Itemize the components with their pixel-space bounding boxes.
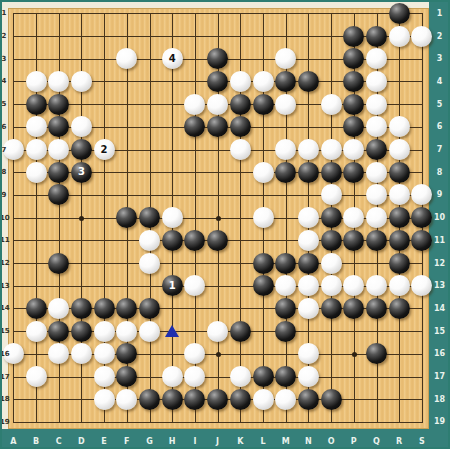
row-label-right-6: 6 [431,122,448,131]
black-stone-P2[interactable] [343,26,364,47]
white-stone-Q10[interactable] [366,207,387,228]
white-stone-R6[interactable] [389,116,410,137]
white-stone-O5[interactable] [321,94,342,115]
grid-hline [13,263,423,264]
star-point [216,216,221,221]
white-stone-I5[interactable] [184,94,205,115]
col-label-H: H [165,437,179,446]
white-stone-K4[interactable] [230,71,251,92]
white-stone-N14[interactable] [298,298,319,319]
row-label-right-2: 2 [431,32,448,41]
row-label-right-13: 13 [431,281,448,290]
row-label-right-7: 7 [431,145,448,154]
white-stone-B6[interactable] [26,116,47,137]
black-stone-K18[interactable] [230,389,251,410]
black-stone-J18[interactable] [207,389,228,410]
black-stone-C15[interactable] [48,321,69,342]
row-label-right-14: 14 [431,304,448,313]
black-stone-E14[interactable] [94,298,115,319]
row-label-right-3: 3 [431,54,448,63]
white-stone-R9[interactable] [389,184,410,205]
row-label-left-10: 10 [0,214,8,222]
white-stone-M18[interactable] [275,389,296,410]
triangle-mark-icon [165,325,179,337]
white-stone-K7[interactable] [230,139,251,160]
black-stone-C5[interactable] [48,94,69,115]
black-stone-R10[interactable] [389,207,410,228]
white-stone-O7[interactable] [321,139,342,160]
black-stone-M4[interactable] [275,71,296,92]
black-stone-M14[interactable] [275,298,296,319]
black-stone-C12[interactable] [48,253,69,274]
black-stone-R8[interactable] [389,162,410,183]
white-stone-E15[interactable] [94,321,115,342]
move-number-label: 4 [169,54,176,64]
black-stone-R1[interactable] [389,3,410,24]
black-stone-Q2[interactable] [366,26,387,47]
row-label-left-6: 6 [0,123,8,131]
right-coordinate-strip [429,0,450,449]
white-stone-M5[interactable] [275,94,296,115]
white-stone-C4[interactable] [48,71,69,92]
row-label-right-17: 17 [431,372,448,381]
black-stone-L12[interactable] [253,253,274,274]
white-stone-H3[interactable]: 4 [162,48,183,69]
white-stone-Q4[interactable] [366,71,387,92]
star-point [352,352,357,357]
col-label-L: L [256,437,270,446]
col-label-E: E [97,437,111,446]
black-stone-J11[interactable] [207,230,228,251]
white-stone-E7[interactable]: 2 [94,139,115,160]
go-app-window: 4231112233445566778899101011111212131314… [0,0,450,449]
row-label-left-16: 16 [0,350,8,358]
white-stone-B7[interactable] [26,139,47,160]
move-number-label: 1 [169,281,176,291]
black-stone-R14[interactable] [389,298,410,319]
black-stone-Q7[interactable] [366,139,387,160]
white-stone-H10[interactable] [162,207,183,228]
row-label-left-3: 3 [0,55,8,63]
black-stone-H18[interactable] [162,389,183,410]
white-stone-L18[interactable] [253,389,274,410]
black-stone-N4[interactable] [298,71,319,92]
black-stone-L5[interactable] [253,94,274,115]
white-stone-E16[interactable] [94,343,115,364]
black-stone-P8[interactable] [343,162,364,183]
col-label-P: P [347,437,361,446]
col-label-J: J [211,437,225,446]
black-stone-O11[interactable] [321,230,342,251]
black-stone-O18[interactable] [321,389,342,410]
white-stone-Q8[interactable] [366,162,387,183]
white-stone-L8[interactable] [253,162,274,183]
black-stone-N12[interactable] [298,253,319,274]
black-stone-Q14[interactable] [366,298,387,319]
white-stone-N10[interactable] [298,207,319,228]
white-stone-B4[interactable] [26,71,47,92]
star-point [216,352,221,357]
col-label-F: F [120,437,134,446]
row-label-left-2: 2 [0,32,8,40]
white-stone-O13[interactable] [321,275,342,296]
row-label-right-11: 11 [431,236,448,245]
row-label-right-15: 15 [431,327,448,336]
black-stone-H13[interactable]: 1 [162,275,183,296]
black-stone-M15[interactable] [275,321,296,342]
white-stone-F15[interactable] [116,321,137,342]
white-stone-E17[interactable] [94,366,115,387]
black-stone-B14[interactable] [26,298,47,319]
black-stone-O8[interactable] [321,162,342,183]
col-label-B: B [29,437,43,446]
black-stone-D8[interactable]: 3 [71,162,92,183]
white-stone-K17[interactable] [230,366,251,387]
move-number-label: 2 [101,145,108,155]
white-stone-G11[interactable] [139,230,160,251]
black-stone-D14[interactable] [71,298,92,319]
col-label-A: A [6,437,20,446]
col-label-C: C [52,437,66,446]
black-stone-C8[interactable] [48,162,69,183]
row-label-right-18: 18 [431,395,448,404]
col-label-Q: Q [370,437,384,446]
white-stone-S2[interactable] [411,26,432,47]
white-stone-G15[interactable] [139,321,160,342]
black-stone-I18[interactable] [184,389,205,410]
row-label-left-1: 1 [0,9,8,17]
white-stone-B17[interactable] [26,366,47,387]
white-stone-E18[interactable] [94,389,115,410]
black-stone-G14[interactable] [139,298,160,319]
black-stone-G18[interactable] [139,389,160,410]
black-stone-D15[interactable] [71,321,92,342]
row-label-left-8: 8 [0,168,8,176]
row-label-left-13: 13 [0,282,8,290]
row-label-left-17: 17 [0,373,8,381]
row-label-left-5: 5 [0,100,8,108]
col-label-M: M [279,437,293,446]
row-label-left-14: 14 [0,304,8,312]
black-stone-P5[interactable] [343,94,364,115]
white-stone-H17[interactable] [162,366,183,387]
row-label-right-5: 5 [431,100,448,109]
row-label-left-19: 19 [0,418,8,426]
row-label-right-4: 4 [431,77,448,86]
black-stone-B5[interactable] [26,94,47,115]
grid-hline [13,377,423,378]
black-stone-N8[interactable] [298,162,319,183]
move-number-label: 3 [78,167,85,177]
black-stone-H11[interactable] [162,230,183,251]
white-stone-N13[interactable] [298,275,319,296]
white-stone-Q5[interactable] [366,94,387,115]
row-label-left-18: 18 [0,395,8,403]
row-label-left-7: 7 [0,146,8,154]
row-label-right-10: 10 [431,213,448,222]
row-label-right-1: 1 [431,9,448,18]
col-label-I: I [188,437,202,446]
row-label-left-15: 15 [0,327,8,335]
black-stone-M8[interactable] [275,162,296,183]
row-label-left-11: 11 [0,236,8,244]
col-label-N: N [301,437,315,446]
white-stone-F18[interactable] [116,389,137,410]
white-stone-R13[interactable] [389,275,410,296]
col-label-S: S [415,437,429,446]
black-stone-O10[interactable] [321,207,342,228]
black-stone-R12[interactable] [389,253,410,274]
row-label-left-12: 12 [0,259,8,267]
white-stone-L10[interactable] [253,207,274,228]
black-stone-O14[interactable] [321,298,342,319]
black-stone-N18[interactable] [298,389,319,410]
black-stone-D7[interactable] [71,139,92,160]
row-label-left-9: 9 [0,191,8,199]
black-stone-L17[interactable] [253,366,274,387]
black-stone-G10[interactable] [139,207,160,228]
white-stone-R7[interactable] [389,139,410,160]
white-stone-O12[interactable] [321,253,342,274]
white-stone-N17[interactable] [298,366,319,387]
white-stone-D4[interactable] [71,71,92,92]
white-stone-R2[interactable] [389,26,410,47]
row-label-right-12: 12 [431,259,448,268]
black-stone-R11[interactable] [389,230,410,251]
row-label-right-9: 9 [431,190,448,199]
row-label-right-19: 19 [431,417,448,426]
black-stone-J4[interactable] [207,71,228,92]
col-label-O: O [324,437,338,446]
col-label-R: R [392,437,406,446]
col-label-K: K [233,437,247,446]
white-stone-L4[interactable] [253,71,274,92]
row-label-left-4: 4 [0,77,8,85]
col-label-G: G [143,437,157,446]
white-stone-B15[interactable] [26,321,47,342]
black-stone-Q11[interactable] [366,230,387,251]
black-stone-K5[interactable] [230,94,251,115]
white-stone-N11[interactable] [298,230,319,251]
col-label-D: D [74,437,88,446]
white-stone-N7[interactable] [298,139,319,160]
grid-hline [13,422,423,423]
black-stone-K6[interactable] [230,116,251,137]
black-stone-P11[interactable] [343,230,364,251]
black-stone-L13[interactable] [253,275,274,296]
black-stone-M12[interactable] [275,253,296,274]
black-stone-K15[interactable] [230,321,251,342]
white-stone-B8[interactable] [26,162,47,183]
row-label-right-8: 8 [431,168,448,177]
white-stone-J15[interactable] [207,321,228,342]
white-stone-G12[interactable] [139,253,160,274]
row-label-right-16: 16 [431,349,448,358]
white-stone-J5[interactable] [207,94,228,115]
white-stone-C14[interactable] [48,298,69,319]
white-stone-O9[interactable] [321,184,342,205]
